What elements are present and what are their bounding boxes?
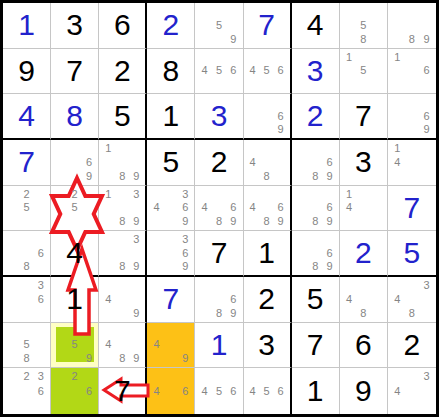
cell-r8c6[interactable]: 3 — [244, 323, 292, 369]
cell-r3c3[interactable]: 5 — [99, 94, 147, 140]
cell-r5c6[interactable]: 4689 — [244, 186, 292, 232]
candidate-9: 9 — [178, 259, 192, 273]
candidate-8: 8 — [405, 32, 420, 46]
candidate-6: 6 — [178, 384, 192, 398]
candidates: 456 — [197, 50, 240, 92]
solved-digit: 8 — [66, 101, 83, 131]
cell-r8c3[interactable]: 489 — [99, 323, 147, 369]
candidates: 456 — [246, 369, 288, 412]
candidate-5: 5 — [67, 338, 81, 352]
candidate-4: 4 — [149, 338, 163, 352]
cell-r7c6[interactable]: 2 — [244, 277, 292, 323]
cell-r1c7[interactable]: 4 — [292, 3, 340, 49]
cell-r6c2[interactable]: 4 — [51, 231, 99, 277]
given-digit: 2 — [404, 330, 421, 360]
cell-r9c3[interactable]: 7 — [99, 368, 147, 414]
cell-r6c5[interactable]: 7 — [195, 231, 243, 277]
candidate-8: 8 — [115, 214, 129, 228]
solved-digit: 4 — [18, 101, 35, 131]
candidate-6: 6 — [226, 64, 240, 78]
candidate-6: 6 — [419, 64, 434, 78]
candidate-4: 4 — [101, 338, 115, 352]
candidate-6: 6 — [419, 109, 434, 123]
given-digit: 7 — [211, 238, 228, 268]
cell-r4c9[interactable]: 14 — [388, 140, 436, 186]
cell-r8c4[interactable]: 49 — [147, 323, 195, 369]
candidate-9: 9 — [129, 351, 143, 365]
candidates: 456 — [197, 369, 240, 412]
candidate-5: 5 — [212, 18, 226, 32]
candidate-4: 4 — [101, 292, 115, 306]
candidate-6: 6 — [178, 246, 192, 260]
candidate-1: 1 — [101, 141, 115, 155]
candidate-9: 9 — [82, 169, 96, 183]
given-digit: 1 — [66, 284, 83, 314]
candidate-6: 6 — [82, 384, 96, 398]
given-digit: 2 — [258, 284, 275, 314]
cell-r4c6[interactable]: 48 — [244, 140, 292, 186]
cell-r8c5[interactable]: 1 — [195, 323, 243, 369]
candidate-8: 8 — [308, 259, 322, 273]
candidates: 236 — [5, 369, 48, 412]
candidate-4: 4 — [246, 384, 260, 398]
given-digit: 7 — [66, 56, 83, 86]
candidates: 189 — [101, 141, 143, 183]
candidate-9: 9 — [274, 214, 288, 228]
given-digit: 9 — [18, 56, 35, 86]
given-digit: 7 — [307, 330, 324, 360]
cell-r7c9[interactable]: 348 — [388, 277, 436, 323]
given-digit: 2 — [114, 56, 131, 86]
candidate-3: 3 — [178, 187, 192, 201]
given-digit: 3 — [66, 10, 83, 40]
candidate-8: 8 — [260, 169, 274, 183]
candidate-3: 3 — [34, 369, 48, 383]
candidates: 69 — [246, 95, 288, 136]
candidate-4: 4 — [246, 64, 260, 78]
cell-r2c8[interactable]: 15 — [340, 49, 388, 95]
candidates: 25 — [53, 187, 96, 229]
cell-r1c4[interactable]: 2 — [147, 3, 195, 49]
candidate-1: 1 — [342, 187, 356, 201]
cell-r6c6[interactable]: 1 — [244, 231, 292, 277]
candidate-6: 6 — [322, 246, 336, 260]
cell-r2c9[interactable]: 16 — [388, 49, 436, 95]
cell-r1c8[interactable]: 58 — [340, 3, 388, 49]
given-digit: 5 — [163, 147, 180, 177]
candidates: 46 — [149, 369, 192, 412]
cell-r9c4[interactable]: 46 — [147, 368, 195, 414]
cell-r6c1[interactable]: 68 — [3, 231, 51, 277]
cell-r4c7[interactable]: 689 — [292, 140, 340, 186]
candidates: 4689 — [246, 187, 288, 229]
given-digit: 6 — [114, 10, 131, 40]
candidates: 68 — [5, 232, 48, 273]
cell-r5c2[interactable]: 25 — [51, 186, 99, 232]
candidates: 48 — [246, 141, 288, 183]
candidate-4: 4 — [197, 201, 211, 215]
candidate-9: 9 — [419, 122, 434, 136]
cell-r5c4[interactable]: 3469 — [147, 186, 195, 232]
candidate-5: 5 — [19, 201, 33, 215]
candidate-9: 9 — [129, 259, 143, 273]
cell-r9c7[interactable]: 1 — [292, 368, 340, 414]
cell-r5c3[interactable]: 1389 — [99, 186, 147, 232]
candidates: 59 — [53, 324, 96, 366]
sudoku-app: 1362597458899728456456315164851369276976… — [0, 0, 439, 417]
given-digit: 2 — [211, 147, 228, 177]
candidate-5: 5 — [212, 384, 226, 398]
cell-r1c9[interactable]: 89 — [388, 3, 436, 49]
given-digit: 1 — [258, 238, 275, 268]
candidate-3: 3 — [34, 278, 48, 292]
cell-r8c7[interactable]: 7 — [292, 323, 340, 369]
cell-r5c5[interactable]: 4689 — [195, 186, 243, 232]
cell-r3c6[interactable]: 69 — [244, 94, 292, 140]
cell-r2c7[interactable]: 3 — [292, 49, 340, 95]
candidates: 1389 — [101, 187, 143, 229]
given-digit: 3 — [258, 330, 275, 360]
candidate-4: 4 — [390, 155, 405, 169]
candidate-6: 6 — [226, 384, 240, 398]
candidate-8: 8 — [308, 214, 322, 228]
candidate-6: 6 — [226, 292, 240, 306]
candidate-9: 9 — [178, 351, 192, 365]
candidate-2: 2 — [19, 187, 33, 201]
candidates: 49 — [101, 278, 143, 320]
cell-r4c1[interactable]: 7 — [3, 140, 51, 186]
cell-r3c7[interactable]: 2 — [292, 94, 340, 140]
cell-r6c9[interactable]: 5 — [388, 231, 436, 277]
solved-digit: 1 — [18, 10, 35, 40]
candidates: 689 — [294, 187, 337, 229]
candidates: 4689 — [197, 187, 240, 229]
candidates: 26 — [53, 369, 96, 412]
solved-digit: 2 — [163, 10, 180, 40]
candidate-9: 9 — [129, 214, 143, 228]
given-digit: 4 — [66, 238, 83, 268]
candidate-5: 5 — [356, 64, 370, 78]
candidate-4: 4 — [197, 384, 211, 398]
cell-r4c8[interactable]: 3 — [340, 140, 388, 186]
candidate-6: 6 — [274, 109, 288, 123]
candidate-6: 6 — [322, 201, 336, 215]
candidate-9: 9 — [82, 351, 96, 365]
candidate-9: 9 — [322, 259, 336, 273]
cell-r1c2[interactable]: 3 — [51, 3, 99, 49]
cell-r9c1[interactable]: 236 — [3, 368, 51, 414]
cell-r3c8[interactable]: 7 — [340, 94, 388, 140]
candidate-8: 8 — [405, 306, 420, 320]
cell-r9c9[interactable]: 34 — [388, 368, 436, 414]
candidates: 14 — [390, 141, 434, 183]
candidate-6: 6 — [34, 384, 48, 398]
candidate-8: 8 — [115, 259, 129, 273]
candidate-3: 3 — [419, 369, 434, 383]
candidate-9: 9 — [226, 32, 240, 46]
candidate-8: 8 — [115, 351, 129, 365]
cell-r3c2[interactable]: 8 — [51, 94, 99, 140]
candidate-5: 5 — [356, 18, 370, 32]
candidate-8: 8 — [356, 32, 370, 46]
given-digit: 1 — [163, 101, 180, 131]
cell-r2c2[interactable]: 7 — [51, 49, 99, 95]
cell-r7c5[interactable]: 689 — [195, 277, 243, 323]
solved-digit: 7 — [258, 10, 275, 40]
solved-digit: 1 — [211, 330, 228, 360]
candidate-9: 9 — [129, 306, 143, 320]
candidate-8: 8 — [260, 214, 274, 228]
cell-r8c8[interactable]: 6 — [340, 323, 388, 369]
candidates: 69 — [53, 141, 96, 183]
sudoku-board: 1362597458899728456456315164851369276976… — [0, 0, 439, 417]
candidates: 14 — [342, 187, 385, 229]
cell-r2c6[interactable]: 456 — [244, 49, 292, 95]
solved-digit: 7 — [163, 284, 180, 314]
candidates: 369 — [149, 232, 192, 273]
cell-r9c2[interactable]: 26 — [51, 368, 99, 414]
candidates: 89 — [390, 4, 434, 46]
candidate-4: 4 — [197, 64, 211, 78]
cell-r7c1[interactable]: 36 — [3, 277, 51, 323]
cell-r9c5[interactable]: 456 — [195, 368, 243, 414]
solved-digit: 2 — [355, 238, 372, 268]
cell-r4c3[interactable]: 189 — [99, 140, 147, 186]
cell-r3c9[interactable]: 69 — [388, 94, 436, 140]
candidates: 689 — [294, 232, 337, 273]
candidates: 15 — [342, 50, 385, 92]
candidates: 69 — [390, 95, 434, 136]
candidates: 34 — [390, 369, 434, 412]
candidate-9: 9 — [226, 306, 240, 320]
candidate-8: 8 — [212, 214, 226, 228]
candidate-8: 8 — [115, 169, 129, 183]
cell-r1c6[interactable]: 7 — [244, 3, 292, 49]
candidates: 36 — [5, 278, 48, 320]
given-digit: 5 — [307, 284, 324, 314]
candidate-4: 4 — [149, 384, 163, 398]
candidate-6: 6 — [226, 201, 240, 215]
cell-r6c4[interactable]: 369 — [147, 231, 195, 277]
candidate-2: 2 — [67, 187, 81, 201]
candidate-8: 8 — [19, 259, 33, 273]
cell-r2c4[interactable]: 8 — [147, 49, 195, 95]
candidate-9: 9 — [274, 122, 288, 136]
candidate-4: 4 — [342, 292, 356, 306]
cell-r4c4[interactable]: 5 — [147, 140, 195, 186]
candidate-9: 9 — [322, 214, 336, 228]
cell-r5c1[interactable]: 25 — [3, 186, 51, 232]
candidate-6: 6 — [274, 384, 288, 398]
candidates: 3469 — [149, 187, 192, 229]
cell-r5c7[interactable]: 689 — [292, 186, 340, 232]
candidate-6: 6 — [274, 64, 288, 78]
candidate-5: 5 — [67, 201, 81, 215]
candidate-2: 2 — [19, 369, 33, 383]
cell-r4c2[interactable]: 69 — [51, 140, 99, 186]
cell-r5c8[interactable]: 14 — [340, 186, 388, 232]
cell-r1c3[interactable]: 6 — [99, 3, 147, 49]
candidates: 59 — [197, 4, 240, 46]
cell-r3c5[interactable]: 3 — [195, 94, 243, 140]
candidates: 348 — [390, 278, 434, 320]
candidate-8: 8 — [308, 169, 322, 183]
candidate-2: 2 — [67, 369, 81, 383]
candidate-4: 4 — [342, 201, 356, 215]
candidate-6: 6 — [34, 292, 48, 306]
candidate-3: 3 — [419, 278, 434, 292]
candidate-4: 4 — [246, 201, 260, 215]
given-digit: 5 — [114, 101, 131, 131]
candidate-9: 9 — [322, 169, 336, 183]
candidates: 58 — [5, 324, 48, 366]
candidate-6: 6 — [178, 201, 192, 215]
candidate-6: 6 — [82, 155, 96, 169]
cell-r7c3[interactable]: 49 — [99, 277, 147, 323]
candidates: 49 — [149, 324, 192, 366]
cell-r2c3[interactable]: 2 — [99, 49, 147, 95]
given-digit: 9 — [355, 376, 372, 406]
candidate-1: 1 — [342, 50, 356, 64]
candidate-5: 5 — [260, 64, 274, 78]
candidate-1: 1 — [390, 50, 405, 64]
candidate-9: 9 — [129, 169, 143, 183]
candidate-4: 4 — [390, 384, 405, 398]
cell-r9c8[interactable]: 9 — [340, 368, 388, 414]
solved-digit: 7 — [404, 193, 421, 223]
candidates: 689 — [197, 278, 240, 320]
candidate-9: 9 — [226, 214, 240, 228]
candidate-5: 5 — [19, 338, 33, 352]
candidate-4: 4 — [149, 201, 163, 215]
given-digit: 4 — [307, 10, 324, 40]
candidate-4: 4 — [390, 292, 405, 306]
candidates: 489 — [101, 324, 143, 366]
solved-digit: 3 — [211, 101, 228, 131]
given-digit: 6 — [355, 330, 372, 360]
cell-r7c4[interactable]: 7 — [147, 277, 195, 323]
cell-r6c3[interactable]: 389 — [99, 231, 147, 277]
cell-r3c1[interactable]: 4 — [3, 94, 51, 140]
candidate-9: 9 — [178, 214, 192, 228]
given-digit: 3 — [355, 147, 372, 177]
candidate-4: 4 — [246, 155, 260, 169]
cell-r5c9[interactable]: 7 — [388, 186, 436, 232]
solved-digit: 7 — [18, 147, 35, 177]
cell-r6c8[interactable]: 2 — [340, 231, 388, 277]
given-digit: 1 — [307, 376, 324, 406]
cell-r7c8[interactable]: 48 — [340, 277, 388, 323]
candidates: 25 — [5, 187, 48, 229]
cell-r2c1[interactable]: 9 — [3, 49, 51, 95]
candidate-8: 8 — [19, 351, 33, 365]
candidate-8: 8 — [212, 306, 226, 320]
cell-r6c7[interactable]: 689 — [292, 231, 340, 277]
solved-digit: 3 — [307, 56, 324, 86]
cell-r8c1[interactable]: 58 — [3, 323, 51, 369]
candidate-6: 6 — [34, 246, 48, 260]
candidate-5: 5 — [260, 384, 274, 398]
cell-r9c6[interactable]: 456 — [244, 368, 292, 414]
candidate-9: 9 — [419, 32, 434, 46]
cell-r1c1[interactable]: 1 — [3, 3, 51, 49]
candidates: 48 — [342, 278, 385, 320]
candidate-3: 3 — [178, 232, 192, 246]
given-digit: 7 — [355, 101, 372, 131]
candidates: 58 — [342, 4, 385, 46]
cell-r1c5[interactable]: 59 — [195, 3, 243, 49]
cell-r4c5[interactable]: 2 — [195, 140, 243, 186]
solved-digit: 2 — [307, 101, 324, 131]
candidate-5: 5 — [212, 64, 226, 78]
cell-r8c2[interactable]: 59 — [51, 323, 99, 369]
candidates: 16 — [390, 50, 434, 92]
cell-r2c5[interactable]: 456 — [195, 49, 243, 95]
candidate-3: 3 — [129, 232, 143, 246]
cell-r8c9[interactable]: 2 — [388, 323, 436, 369]
candidate-1: 1 — [390, 141, 405, 155]
given-digit: 8 — [163, 56, 180, 86]
given-digit: 7 — [114, 376, 131, 406]
candidate-3: 3 — [129, 187, 143, 201]
candidates: 456 — [246, 50, 288, 92]
candidate-6: 6 — [274, 201, 288, 215]
candidate-6: 6 — [322, 155, 336, 169]
candidate-8: 8 — [356, 306, 370, 320]
cell-r7c7[interactable]: 5 — [292, 277, 340, 323]
candidates: 389 — [101, 232, 143, 273]
cell-r3c4[interactable]: 1 — [147, 94, 195, 140]
candidates: 689 — [294, 141, 337, 183]
candidate-1: 1 — [101, 187, 115, 201]
solved-digit: 5 — [404, 238, 421, 268]
cell-r7c2[interactable]: 1 — [51, 277, 99, 323]
